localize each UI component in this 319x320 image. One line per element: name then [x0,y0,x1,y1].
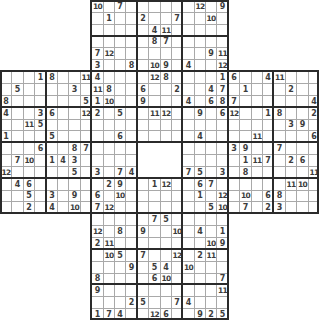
given-digit: 2 [106,181,112,189]
given-digit: 7 [208,181,214,189]
given-digit: 9 [72,192,78,200]
given-digit: 11 [93,86,102,94]
given-digit: 7 [163,38,169,46]
given-digit: 9 [220,3,226,11]
given-digit: 10 [150,62,159,70]
given-digit: 3 [220,169,226,177]
given-digit: 4 [186,98,192,106]
grid-line [90,177,229,179]
given-digit: 3 [38,110,44,118]
given-digit: 7 [174,15,180,23]
given-digit: 7 [83,145,89,153]
given-digit: 9 [117,181,123,189]
given-digit: 10 [104,98,113,106]
given-digit: 2 [174,86,180,94]
given-digit: 8 [106,86,112,94]
given-digit: 8 [49,74,55,82]
given-digit: 1 [220,74,226,82]
given-digit: 11 [206,252,215,260]
given-digit: 2 [311,110,317,118]
given-digit: 7 [15,157,21,165]
given-digit: 3 [72,86,78,94]
given-digit: 8 [243,169,249,177]
given-digit: 4 [208,86,214,94]
given-digit: 6 [265,192,271,200]
given-digit: 9 [129,264,135,272]
given-digit: 9 [140,98,146,106]
given-digit: 4 [265,74,271,82]
given-digit: 5 [15,86,21,94]
given-digit: 2 [288,157,294,165]
given-digit: 1 [106,15,112,23]
given-digit: 10 [206,240,215,248]
given-digit: 7 [117,169,123,177]
given-digit: 12 [93,228,102,236]
given-digit: 11 [218,50,227,58]
given-digit: 9 [208,50,214,58]
given-digit: 5 [197,169,203,177]
given-digit: 7 [140,252,146,260]
given-digit: 10 [24,157,33,165]
given-digit: 11 [150,110,159,118]
given-digit: 1 [220,228,226,236]
given-digit: 6 [208,98,214,106]
given-digit: 4 [95,74,101,82]
given-digit: 6 [220,110,226,118]
given-digit: 7 [220,86,226,94]
given-digit: 4 [49,204,55,212]
given-digit: 2 [140,15,146,23]
given-digit: 5 [72,169,78,177]
given-digit: 2 [265,204,271,212]
given-digit: 8 [72,145,78,153]
given-digit: 10 [115,192,124,200]
given-digit: 6 [49,110,55,118]
given-digit: 7 [220,275,226,283]
given-digit: 6 [311,133,317,141]
given-digit: 2 [95,110,101,118]
given-digit: 7 [231,98,237,106]
grid-line [90,0,229,2]
given-digit: 7 [95,50,101,58]
given-digit: 4 [197,133,203,141]
given-digit: 10 [241,192,250,200]
given-digit: 1 [152,181,158,189]
given-digit: 7 [243,204,249,212]
given-digit: 10 [161,275,170,283]
given-digit: 12 [161,110,170,118]
given-digit: 3 [72,157,78,165]
given-digit: 11 [252,133,261,141]
given-digit: 3 [277,204,283,212]
given-digit: 11 [286,181,295,189]
grid-line [90,283,229,285]
given-digit: 8 [95,275,101,283]
given-digit: 7 [152,216,158,224]
given-digit: 4 [186,299,192,307]
given-digit: 8 [3,98,9,106]
given-digit: 9 [95,287,101,295]
given-digit: 6 [38,145,44,153]
given-digit: 12 [150,74,159,82]
given-digit: 4 [163,264,169,272]
given-digit: 3 [49,192,55,200]
given-digit: 10 [206,15,215,23]
given-digit: 8 [163,74,169,82]
given-digit: 10 [184,264,193,272]
given-digit: 7 [265,157,271,165]
given-digit: 9 [243,145,249,153]
given-digit: 5 [38,121,44,129]
given-digit: 7 [277,145,283,153]
given-digit: 1 [243,157,249,165]
given-digit: 5 [163,216,169,224]
given-digit: 8 [117,228,123,236]
grid-line [181,70,319,72]
given-digit: 11 [104,240,113,248]
given-digit: 4 [186,62,192,70]
grid-line [90,35,229,37]
given-digit: 6 [231,74,237,82]
given-digit: 12 [104,50,113,58]
given-digit: 5 [208,204,214,212]
given-digit: 5 [26,192,32,200]
given-digit: 5 [140,299,146,307]
given-digit: 5 [117,110,123,118]
given-digit: 12 [218,192,227,200]
given-digit: 5 [117,252,123,260]
given-digit: 3 [231,145,237,153]
given-digit: 1 [265,110,271,118]
given-digit: 5 [83,98,89,106]
given-digit: 6 [300,157,306,165]
given-digit: 9 [140,228,146,236]
grid-line [90,212,229,214]
given-digit: 4 [129,169,135,177]
given-digit: 11 [24,121,33,129]
given-digit: 11 [275,74,284,82]
given-digit: 9 [220,240,226,248]
grid-line [90,248,229,250]
given-digit: 9 [163,62,169,70]
given-digit: 2 [197,252,203,260]
given-digit: 2 [129,299,135,307]
given-digit: 5 [49,133,55,141]
given-digit: 10 [104,252,113,260]
given-digit: 11 [252,157,261,165]
sudoku-board: 1071291271041187712911381094121811412816… [0,0,319,320]
given-digit: 9 [300,121,306,129]
given-digit: 1 [197,192,203,200]
given-digit: 7 [117,3,123,11]
given-digit: 4 [311,98,317,106]
given-digit: 7 [174,299,180,307]
given-digit: 1 [3,133,9,141]
given-digit: 1 [38,74,44,82]
given-digit: 2 [26,204,32,212]
given-digit: 11 [161,27,170,35]
given-digit: 6 [95,192,101,200]
given-digit: 5 [152,264,158,272]
given-digit: 8 [277,110,283,118]
grid-line [181,141,319,143]
given-digit: 1 [49,157,55,165]
given-digit: 8 [220,98,226,106]
grid-line [0,106,138,108]
given-digit: 10 [218,204,227,212]
given-digit: 6 [197,181,203,189]
given-digit: 12 [104,204,113,212]
given-digit: 4 [15,181,21,189]
given-digit: 9 [197,110,203,118]
given-digit: 11 [218,287,227,295]
given-digit: 10 [298,181,307,189]
given-digit: 12 [218,62,227,70]
grid-line [181,106,319,108]
given-digit: 3 [288,121,294,129]
given-digit: 8 [277,192,283,200]
given-digit: 10 [70,204,79,212]
given-digit: 3 [95,62,101,70]
given-digit: 2 [95,240,101,248]
given-digit: 1 [243,86,249,94]
given-digit: 3 [95,169,101,177]
given-digit: 12 [1,169,10,177]
given-digit: 2 [288,86,294,94]
given-digit: 7 [186,169,192,177]
given-digit: 8 [129,62,135,70]
given-digit: 10 [93,3,102,11]
given-digit: 4 [3,110,9,118]
given-digit: 6 [117,133,123,141]
given-digit: 12 [195,3,204,11]
given-digit: 1 [95,98,101,106]
grid-line [0,141,138,143]
given-digit: 6 [140,86,146,94]
given-digit: 4 [152,27,158,35]
given-digit: 4 [197,228,203,236]
given-digit: 8 [152,38,158,46]
given-digit: 7 [95,204,101,212]
given-digit: 4 [60,157,66,165]
given-digit: 6 [26,181,32,189]
given-digit: 12 [161,181,170,189]
given-digit: 12 [229,110,238,118]
given-digit: 6 [152,275,158,283]
grid-line [0,70,138,72]
